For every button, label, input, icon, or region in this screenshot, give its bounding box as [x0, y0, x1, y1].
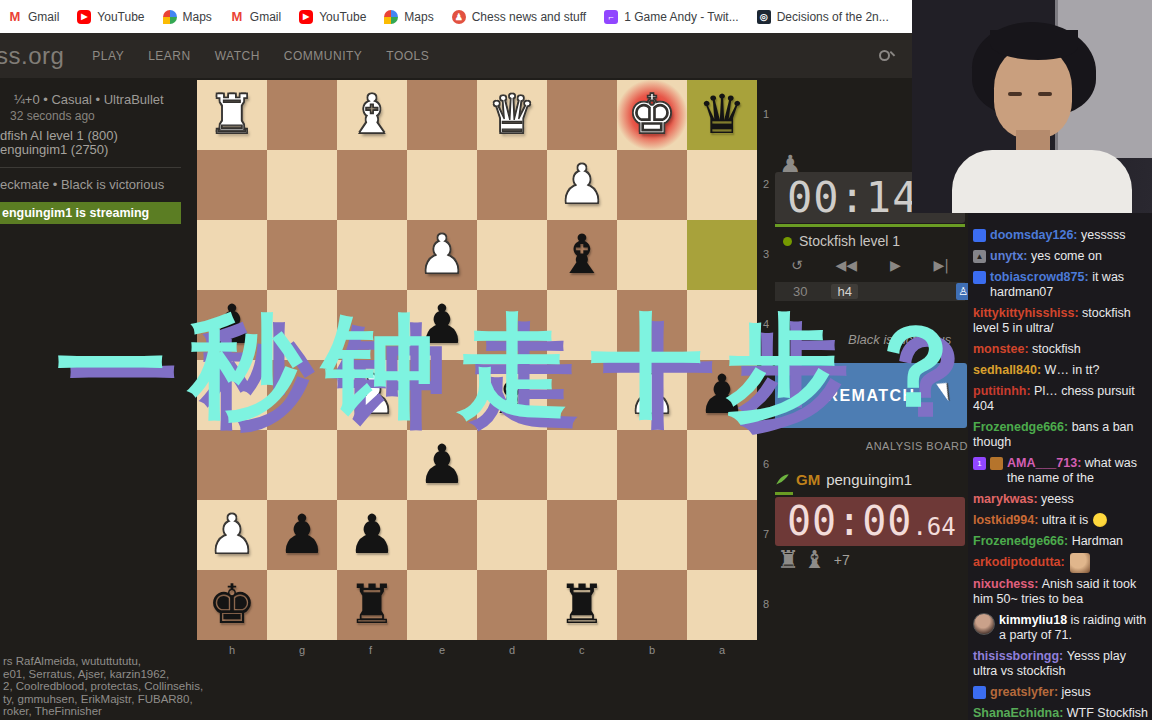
chat-text: lostkid994: ultra it is — [973, 513, 1088, 528]
main-menu: PLAYLEARNWATCHCOMMUNITYTOOLS — [92, 49, 429, 63]
file-label-f: f — [369, 644, 372, 656]
bookmark-item[interactable]: ▶YouTube — [77, 10, 144, 24]
first-move-icon[interactable]: ◀◀ — [836, 257, 858, 277]
chat-text: kittykittyhisshiss: stockfish level 5 in… — [973, 306, 1150, 336]
chat-username[interactable]: kimmyliu18 — [999, 613, 1071, 627]
b-gift-badge-icon — [990, 457, 1003, 470]
chat-message: doomsday126: yesssss — [968, 225, 1152, 246]
online-dot-icon — [783, 237, 792, 246]
bookmark-label: YouTube — [319, 10, 366, 24]
square-g8[interactable] — [267, 570, 337, 640]
square-b8[interactable] — [617, 570, 687, 640]
white-p-h7[interactable]: ♟ — [197, 500, 267, 570]
chat-message: 1AMA___713: what was the name of the — [968, 453, 1152, 489]
spectator-line: e01, Serratus, Ajser, karzin1962, — [3, 668, 253, 681]
black-clock-fraction: .64 — [912, 513, 955, 541]
square-f2[interactable] — [337, 150, 407, 220]
file-label-a: a — [719, 644, 725, 656]
square-c2[interactable]: ♟ — [547, 150, 617, 220]
chat-message: arkodiptodutta: — [968, 552, 1152, 574]
black-clock-digits: 00:00 — [787, 497, 912, 546]
black-player-link[interactable]: enguingim1 (2750) — [0, 142, 108, 157]
flip-board-icon[interactable]: ↺ — [791, 257, 803, 277]
chat-message: Frozenedge666: bans a ban though — [968, 417, 1152, 453]
chat-username[interactable]: greatslyfer: — [990, 685, 1062, 699]
spectator-line: rs RafAlmeida, wututtututu, — [3, 655, 253, 668]
game-result: eckmate • Black is victorious — [0, 177, 164, 192]
black-b-c3[interactable]: ♝ — [547, 220, 617, 290]
search-icon[interactable] — [879, 47, 892, 65]
chat-message: kimmyliu18 is raiding with a party of 71… — [968, 610, 1152, 646]
chat-username[interactable]: lostkid994: — [973, 513, 1042, 527]
file-label-e: e — [439, 644, 445, 656]
streamer-eye-left — [1008, 92, 1022, 96]
last-move-icon[interactable]: ▶| — [934, 257, 949, 277]
rank-label-2: 2 — [763, 178, 769, 190]
chat-username[interactable]: thisissboringg: — [973, 649, 1067, 663]
bookmark-item[interactable]: Maps — [163, 10, 212, 24]
streaming-banner[interactable]: enguingim1 is streaming — [0, 202, 181, 224]
black-player-row: GM penguingim1 — [775, 471, 965, 488]
bookmark-item[interactable]: MGmail — [8, 10, 59, 24]
chat-avatar — [973, 613, 995, 635]
square-f1[interactable]: ♝ — [337, 80, 407, 150]
nav-tools[interactable]: TOOLS — [386, 49, 429, 63]
square-h8[interactable]: ♚ — [197, 570, 267, 640]
bookmark-item[interactable]: ⌐1 Game Andy - Twit... — [604, 10, 739, 24]
captured-rook-icon: ♜ — [777, 545, 799, 574]
gmail-favicon: M — [230, 10, 244, 24]
square-g7[interactable]: ♟ — [267, 500, 337, 570]
chat-message: greatslyfer: jesus — [968, 682, 1152, 703]
chat-emote-icon — [1070, 553, 1090, 573]
chat-username[interactable]: AMA___713: — [1007, 456, 1085, 470]
b-blue-badge-icon — [973, 229, 986, 242]
square-a2[interactable] — [687, 150, 757, 220]
square-a1[interactable]: ♛ — [687, 80, 757, 150]
square-c1[interactable] — [547, 80, 617, 150]
square-h1[interactable]: ♜ — [197, 80, 267, 150]
site-logo[interactable]: ss.org — [0, 42, 64, 70]
chat-message: kittykittyhisshiss: stockfish level 5 in… — [968, 303, 1152, 339]
black-captured-tray: ♜ ♝ +7 — [777, 545, 850, 574]
black-player-name[interactable]: penguingim1 — [826, 471, 912, 488]
turn-indicator-line — [775, 224, 965, 227]
streamer-shirt — [952, 150, 1132, 213]
square-h7[interactable]: ♟ — [197, 500, 267, 570]
file-label-g: g — [299, 644, 305, 656]
square-g2[interactable] — [267, 150, 337, 220]
chat-text: AMA___713: what was the name of the — [1007, 456, 1150, 486]
b-purple-badge-icon: 1 — [973, 457, 986, 470]
chat-username[interactable]: arkodiptodutta: — [973, 555, 1065, 569]
white-r-h1[interactable]: ♜ — [197, 80, 267, 150]
square-d3[interactable] — [477, 220, 547, 290]
square-d1[interactable]: ♛ — [477, 80, 547, 150]
square-h2[interactable] — [197, 150, 267, 220]
white-q-d1[interactable]: ♛ — [477, 80, 547, 150]
square-e7[interactable] — [407, 500, 477, 570]
site-header: ss.org PLAYLEARNWATCHCOMMUNITYTOOLS — [0, 33, 912, 78]
square-e8[interactable] — [407, 570, 477, 640]
square-c7[interactable] — [547, 500, 617, 570]
spectator-line: roker, TheFinnisher — [3, 705, 253, 718]
chat-message: Frozenedge666: Hardman — [968, 531, 1152, 552]
chat-emote-icon — [1093, 513, 1107, 527]
square-e1[interactable] — [407, 80, 477, 150]
game-meta: ¼+0 • Casual • UltraBullet — [14, 92, 164, 107]
black-p-g7[interactable]: ♟ — [267, 500, 337, 570]
bookmark-item[interactable]: ▶YouTube — [299, 10, 366, 24]
webcam-feed — [912, 0, 1152, 213]
chat-message: ShanaEchidna: WTF Stockfish is using 0 s… — [968, 703, 1152, 720]
bookmark-item[interactable]: ♟Chess news and stuff — [452, 10, 587, 24]
chat-text: arkodiptodutta: — [973, 555, 1065, 570]
bookmark-item[interactable]: ◎Decisions of the 2n... — [757, 10, 889, 24]
bookmark-label: Chess news and stuff — [472, 10, 587, 24]
twitch-favicon: ⌐ — [604, 10, 618, 24]
file-label-c: c — [579, 644, 585, 656]
square-a8[interactable] — [687, 570, 757, 640]
chat-message: lostkid994: ultra it is — [968, 510, 1152, 531]
black-q-a1[interactable]: ♛ — [687, 80, 757, 150]
bookmark-label: 1 Game Andy - Twit... — [624, 10, 739, 24]
bookmark-bar: MGmail▶YouTubeMapsMGmail▶YouTubeMaps♟Che… — [0, 0, 912, 33]
bookmark-label: YouTube — [97, 10, 144, 24]
next-move-icon[interactable]: ▶ — [890, 257, 901, 277]
chat-message: putitinhh: Pl… chess pursuit 404 — [968, 381, 1152, 417]
chat-username[interactable]: tobiascrowd875: — [990, 270, 1092, 284]
nav-community[interactable]: COMMUNITY — [284, 49, 363, 63]
streamer-wing-icon — [775, 472, 790, 487]
square-d8[interactable] — [477, 570, 547, 640]
file-label-d: d — [509, 644, 515, 656]
chat-text: Frozenedge666: bans a ban though — [973, 420, 1150, 450]
chat-text: tobiascrowd875: it was hardman07 — [990, 270, 1150, 300]
chat-text: doomsday126: yesssss — [990, 228, 1125, 243]
bookmark-item[interactable]: MGmail — [230, 10, 281, 24]
nav-play[interactable]: PLAY — [92, 49, 124, 63]
captured-bishop-icon: ♝ — [803, 545, 825, 574]
rank-label-7: 7 — [763, 528, 769, 540]
chat-message: marykwas: yeess — [968, 489, 1152, 510]
bookmark-label: Maps — [404, 10, 433, 24]
white-player-link[interactable]: dfish AI level 1 (800) — [0, 128, 118, 143]
material-advantage: +7 — [834, 552, 850, 568]
chat-text: marykwas: yeess — [973, 492, 1074, 507]
gmail-favicon: M — [8, 10, 22, 24]
square-b2[interactable] — [617, 150, 687, 220]
square-f7[interactable]: ♟ — [337, 500, 407, 570]
gm-title-badge: GM — [796, 471, 820, 488]
black-k-h8[interactable]: ♚ — [197, 570, 267, 640]
nav-watch[interactable]: WATCH — [215, 49, 260, 63]
square-g3[interactable] — [267, 220, 337, 290]
square-e2[interactable] — [407, 150, 477, 220]
bookmark-label: Decisions of the 2n... — [777, 10, 889, 24]
b-blue-badge-icon — [973, 271, 986, 284]
caption-overlay: 一秒钟走十步？ — [55, 292, 993, 443]
black-r-c8[interactable]: ♜ — [547, 570, 617, 640]
black-p-f7[interactable]: ♟ — [337, 500, 407, 570]
white-player-row: Stockfish level 1 — [775, 232, 965, 250]
square-d7[interactable] — [477, 500, 547, 570]
chat-text: unytx: yes come on — [990, 249, 1102, 264]
chat-message: nixuchess: Anish said it took him 50~ tr… — [968, 574, 1152, 610]
spectator-list: rs RafAlmeida, wututtututu,e01, Serratus… — [3, 655, 253, 718]
rank-label-1: 1 — [763, 108, 769, 120]
black-clock: 00:00 .64 — [775, 497, 965, 546]
file-label-b: b — [649, 644, 655, 656]
chat-text: putitinhh: Pl… chess pursuit 404 — [973, 384, 1150, 414]
rank-label-8: 8 — [763, 598, 769, 610]
bookmark-item[interactable]: Maps — [384, 10, 433, 24]
sidebar-divider — [0, 167, 181, 168]
youtube-favicon: ▶ — [77, 10, 91, 24]
bookmark-label: Gmail — [250, 10, 281, 24]
chat-text: thisissboringg: Yesss play ultra vs stoc… — [973, 649, 1150, 679]
nav-learn[interactable]: LEARN — [148, 49, 191, 63]
maps-favicon — [163, 10, 177, 24]
square-e3[interactable]: ♟ — [407, 220, 477, 290]
move-nav-row: ↺◀◀▶▶| — [775, 257, 965, 277]
chat-username[interactable]: doomsday126: — [990, 228, 1081, 242]
chat-username[interactable]: unytx: — [990, 249, 1031, 263]
streamer-eye-right — [1038, 92, 1052, 96]
rank-label-6: 6 — [763, 458, 769, 470]
square-b7[interactable] — [617, 500, 687, 570]
white-player-name: Stockfish level 1 — [799, 233, 900, 249]
chat-message: ▲unytx: yes come on — [968, 246, 1152, 267]
chat-text: ShanaEchidna: WTF Stockfish is using 0 s… — [973, 706, 1150, 720]
square-a7[interactable] — [687, 500, 757, 570]
chat-username[interactable]: ShanaEchidna: — [973, 706, 1067, 720]
white-b-f1[interactable]: ♝ — [337, 80, 407, 150]
chat-text: kimmyliu18 is raiding with a party of 71… — [999, 613, 1150, 643]
game-time-ago: 32 seconds ago — [10, 109, 95, 123]
square-b3[interactable] — [617, 220, 687, 290]
chat-text: greatslyfer: jesus — [990, 685, 1091, 700]
square-f8[interactable]: ♜ — [337, 570, 407, 640]
chat-message: monstee: stockfish — [968, 339, 1152, 360]
chat-message: tobiascrowd875: it was hardman07 — [968, 267, 1152, 303]
youtube-favicon: ▶ — [299, 10, 313, 24]
b-grey-badge-icon: ▲ — [973, 250, 986, 263]
dark-favicon: ◎ — [757, 10, 771, 24]
square-c8[interactable]: ♜ — [547, 570, 617, 640]
chat-text: Frozenedge666: Hardman — [973, 534, 1123, 549]
square-a3[interactable] — [687, 220, 757, 290]
square-c3[interactable]: ♝ — [547, 220, 617, 290]
chat-message: sedhall840: W… in tt? — [968, 360, 1152, 381]
square-h3[interactable] — [197, 220, 267, 290]
chess-favicon: ♟ — [452, 10, 466, 24]
maps-favicon — [384, 10, 398, 24]
square-f3[interactable] — [337, 220, 407, 290]
square-b1[interactable]: ♚ — [617, 80, 687, 150]
chat-username[interactable]: nixuchess: — [973, 577, 1042, 591]
b-blue-badge-icon — [973, 686, 986, 699]
spectator-line: ty, gmmuhsen, ErikMajstr, FUBAR80, — [3, 693, 253, 706]
chat-text: nixuchess: Anish said it took him 50~ tr… — [973, 577, 1150, 607]
green-mini-line — [775, 492, 793, 495]
square-g1[interactable] — [267, 80, 337, 150]
black-r-f8[interactable]: ♜ — [337, 570, 407, 640]
twitch-chat[interactable]: doomsday126: yesssss▲unytx: yes come ont… — [968, 213, 1152, 720]
chat-username[interactable]: Frozenedge666: — [973, 534, 1072, 548]
search-icon-handle — [890, 51, 896, 57]
bookmark-label: Gmail — [28, 10, 59, 24]
square-d2[interactable] — [477, 150, 547, 220]
file-label-h: h — [229, 644, 235, 656]
rank-label-3: 3 — [763, 248, 769, 260]
white-k-b1[interactable]: ♚ — [617, 80, 687, 150]
chat-message: thisissboringg: Yesss play ultra vs stoc… — [968, 646, 1152, 682]
chat-username[interactable]: marykwas: — [973, 492, 1041, 506]
white-p-e3[interactable]: ♟ — [407, 220, 477, 290]
white-p-c2[interactable]: ♟ — [547, 150, 617, 220]
spectator-line: 2, Coolredblood, protectas, Collinsehis, — [3, 680, 253, 693]
bookmark-label: Maps — [183, 10, 212, 24]
